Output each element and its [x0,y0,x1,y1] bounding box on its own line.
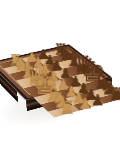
piece-black-pawn[interactable]: ♟ [91,94,105,106]
piece-white-rook[interactable]: ♜ [58,100,75,115]
chess-box: ♜♟♟♜♞♟♟♞♝♟♟♝♛♟♟♛♚♟♟♚♝♟♟♝♞♟♟♞♜♟♟♜ [0,44,112,100]
piece-white-pawn[interactable]: ♟ [78,98,92,110]
piece-black-rook[interactable]: ♜ [108,87,120,101]
product-photo-canvas: ♜♟♟♜♞♟♟♞♝♟♟♝♛♟♟♛♚♟♟♚♝♟♟♝♞♟♟♞♜♟♟♜ [0,0,120,144]
